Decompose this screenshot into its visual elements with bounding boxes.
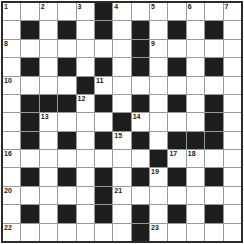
cell-r3c6[interactable] xyxy=(95,40,112,57)
cell-r2c8 xyxy=(132,21,149,38)
cell-r9c1[interactable]: 16 xyxy=(3,150,20,167)
cell-r10c5[interactable] xyxy=(77,168,94,185)
cell-r7c8[interactable]: 14 xyxy=(132,113,149,130)
cell-r1c12[interactable] xyxy=(205,3,222,20)
clue-number: 17 xyxy=(169,150,177,158)
cell-r12c6 xyxy=(95,205,112,222)
cell-r11c6 xyxy=(95,187,112,204)
cell-r2c12 xyxy=(205,21,222,38)
cell-r1c1[interactable]: 1 xyxy=(3,3,20,20)
cell-r3c11[interactable] xyxy=(187,40,204,57)
cell-r3c7[interactable] xyxy=(113,40,130,57)
cell-r6c13[interactable] xyxy=(224,95,241,112)
cell-r5c8[interactable] xyxy=(132,77,149,94)
cell-r4c6 xyxy=(95,58,112,75)
cell-r4c2 xyxy=(21,58,38,75)
cell-r11c5[interactable] xyxy=(77,187,94,204)
cell-r2c3[interactable] xyxy=(40,21,57,38)
cell-r12c12 xyxy=(205,205,222,222)
cell-r7c10[interactable] xyxy=(168,113,185,130)
cell-r8c9[interactable] xyxy=(150,132,167,149)
cell-r5c12[interactable] xyxy=(205,77,222,94)
cell-r10c2 xyxy=(21,168,38,185)
cell-r3c4[interactable] xyxy=(58,40,75,57)
cell-r2c4 xyxy=(58,21,75,38)
cell-r1c10[interactable] xyxy=(168,3,185,20)
cell-r5c7[interactable] xyxy=(113,77,130,94)
cell-r1c9[interactable]: 5 xyxy=(150,3,167,20)
cell-r7c4[interactable] xyxy=(58,113,75,130)
cell-r8c13[interactable] xyxy=(224,132,241,149)
clue-number: 16 xyxy=(4,150,12,158)
cell-r6c12 xyxy=(205,95,222,112)
cell-r4c3[interactable] xyxy=(40,58,57,75)
clue-number: 15 xyxy=(114,132,122,140)
cell-r12c7[interactable] xyxy=(113,205,130,222)
cell-r11c12[interactable] xyxy=(205,187,222,204)
cell-r11c7[interactable]: 21 xyxy=(113,187,130,204)
cell-r9c13[interactable] xyxy=(224,150,241,167)
cell-r2c11[interactable] xyxy=(187,21,204,38)
cell-r12c8 xyxy=(132,205,149,222)
cell-r2c9[interactable] xyxy=(150,21,167,38)
clue-number: 10 xyxy=(4,77,12,85)
clue-number: 3 xyxy=(78,3,82,11)
cell-r13c1[interactable]: 22 xyxy=(3,224,20,241)
cell-r8c3[interactable] xyxy=(40,132,57,149)
cell-r11c3[interactable] xyxy=(40,187,57,204)
cell-r5c3[interactable] xyxy=(40,77,57,94)
cell-r8c7[interactable]: 15 xyxy=(113,132,130,149)
cell-r13c5[interactable] xyxy=(77,224,94,241)
cell-r5c13[interactable] xyxy=(224,77,241,94)
cell-r7c12 xyxy=(205,113,222,130)
cell-r12c4 xyxy=(58,205,75,222)
cell-r8c4 xyxy=(58,132,75,149)
clue-number: 12 xyxy=(78,95,86,103)
cell-r12c10 xyxy=(168,205,185,222)
cell-r9c3[interactable] xyxy=(40,150,57,167)
cell-r4c4 xyxy=(58,58,75,75)
cell-r7c7 xyxy=(113,113,130,130)
cell-r6c8 xyxy=(132,95,149,112)
cell-r1c8[interactable] xyxy=(132,3,149,20)
cell-r12c9[interactable] xyxy=(150,205,167,222)
clue-number: 22 xyxy=(4,224,12,232)
cell-r3c5[interactable] xyxy=(77,40,94,57)
cell-r12c11[interactable] xyxy=(187,205,204,222)
cell-r4c1[interactable] xyxy=(3,58,20,75)
cell-r1c11[interactable]: 6 xyxy=(187,3,204,20)
cell-r1c5[interactable]: 3 xyxy=(77,3,94,20)
cell-r11c11[interactable] xyxy=(187,187,204,204)
clue-number: 11 xyxy=(96,77,103,85)
clue-number: 4 xyxy=(114,3,118,11)
cell-r11c2[interactable] xyxy=(21,187,38,204)
cell-r13c10[interactable] xyxy=(168,224,185,241)
cell-r10c12 xyxy=(205,168,222,185)
cell-r6c7[interactable] xyxy=(113,95,130,112)
cell-r5c5 xyxy=(77,77,94,94)
cell-r10c7[interactable] xyxy=(113,168,130,185)
cell-r13c8 xyxy=(132,224,149,241)
cell-r13c2[interactable] xyxy=(21,224,38,241)
clue-number: 5 xyxy=(151,3,155,11)
cell-r8c11 xyxy=(187,132,204,149)
cell-r4c13[interactable] xyxy=(224,58,241,75)
clue-number: 21 xyxy=(114,187,122,195)
clue-number: 1 xyxy=(4,3,8,11)
crossword-puzzle: 1234567891011121314151617181920212223 xyxy=(0,0,244,244)
cell-r4c5[interactable] xyxy=(77,58,94,75)
cell-r13c7[interactable] xyxy=(113,224,130,241)
cell-r4c8 xyxy=(132,58,149,75)
cell-r3c1[interactable]: 8 xyxy=(3,40,20,57)
cell-r6c6 xyxy=(95,95,112,112)
cell-r3c2[interactable] xyxy=(21,40,38,57)
clue-number: 2 xyxy=(41,3,45,11)
cell-r10c8 xyxy=(132,168,149,185)
cell-r9c6[interactable] xyxy=(95,150,112,167)
cell-r9c10[interactable]: 17 xyxy=(168,150,185,167)
cell-r7c1[interactable] xyxy=(3,113,20,130)
cell-r2c5[interactable] xyxy=(77,21,94,38)
cell-r2c13[interactable] xyxy=(224,21,241,38)
cell-r1c7[interactable]: 4 xyxy=(113,3,130,20)
cell-r3c8 xyxy=(132,40,149,57)
cell-r13c9[interactable]: 23 xyxy=(150,224,167,241)
cell-r5c9[interactable] xyxy=(150,77,167,94)
cell-r8c1[interactable] xyxy=(3,132,20,149)
cell-r6c3 xyxy=(40,95,57,112)
cell-r13c12[interactable] xyxy=(205,224,222,241)
cell-r9c7[interactable] xyxy=(113,150,130,167)
clue-number: 23 xyxy=(151,224,159,232)
cell-r10c1[interactable] xyxy=(3,168,20,185)
cell-r12c5[interactable] xyxy=(77,205,94,222)
cell-r4c9[interactable] xyxy=(150,58,167,75)
cell-r8c10 xyxy=(168,132,185,149)
cell-r11c8[interactable] xyxy=(132,187,149,204)
cell-r2c2 xyxy=(21,21,38,38)
cell-r2c6 xyxy=(95,21,112,38)
cell-r12c2 xyxy=(21,205,38,222)
cell-r5c1[interactable]: 10 xyxy=(3,77,20,94)
cell-r10c10 xyxy=(168,168,185,185)
clue-number: 19 xyxy=(151,168,159,176)
cell-r10c3[interactable] xyxy=(40,168,57,185)
cell-r6c11[interactable] xyxy=(187,95,204,112)
cell-r7c6[interactable] xyxy=(95,113,112,130)
cell-r2c7[interactable] xyxy=(113,21,130,38)
cell-r10c4 xyxy=(58,168,75,185)
cell-r6c1[interactable] xyxy=(3,95,20,112)
cell-r5c11[interactable] xyxy=(187,77,204,94)
cell-r5c4[interactable] xyxy=(58,77,75,94)
cell-r13c11[interactable] xyxy=(187,224,204,241)
cell-r5c10[interactable] xyxy=(168,77,185,94)
cell-r7c5[interactable] xyxy=(77,113,94,130)
cell-r11c13[interactable] xyxy=(224,187,241,204)
cell-r5c2[interactable] xyxy=(21,77,38,94)
cell-r12c3[interactable] xyxy=(40,205,57,222)
cell-r3c3[interactable] xyxy=(40,40,57,57)
cell-r1c13[interactable]: 7 xyxy=(224,3,241,20)
cell-r7c2 xyxy=(21,113,38,130)
cell-r9c5[interactable] xyxy=(77,150,94,167)
cell-r4c11[interactable] xyxy=(187,58,204,75)
cell-r7c3[interactable]: 13 xyxy=(40,113,57,130)
clue-number: 14 xyxy=(133,113,141,121)
cell-r9c4[interactable] xyxy=(58,150,75,167)
cell-r9c12[interactable] xyxy=(205,150,222,167)
cell-r7c9[interactable] xyxy=(150,113,167,130)
cell-r1c4[interactable] xyxy=(58,3,75,20)
cell-r10c6 xyxy=(95,168,112,185)
cell-r11c10[interactable] xyxy=(168,187,185,204)
cell-r2c10 xyxy=(168,21,185,38)
cell-r10c13[interactable] xyxy=(224,168,241,185)
clue-number: 9 xyxy=(151,40,155,48)
clue-number: 20 xyxy=(4,187,12,195)
cell-r4c12 xyxy=(205,58,222,75)
cell-r6c4 xyxy=(58,95,75,112)
cell-r3c12[interactable] xyxy=(205,40,222,57)
cell-r1c2[interactable] xyxy=(21,3,38,20)
cell-r6c5[interactable]: 12 xyxy=(77,95,94,112)
cell-r7c11[interactable] xyxy=(187,113,204,130)
cell-r9c8[interactable] xyxy=(132,150,149,167)
crossword-grid: 1234567891011121314151617181920212223 xyxy=(1,1,243,243)
cell-r1c6 xyxy=(95,3,112,20)
cell-r11c4[interactable] xyxy=(58,187,75,204)
cell-r9c11[interactable]: 18 xyxy=(187,150,204,167)
cell-r3c10[interactable] xyxy=(168,40,185,57)
cell-r8c2 xyxy=(21,132,38,149)
cell-r10c11[interactable] xyxy=(187,168,204,185)
clue-number: 18 xyxy=(188,150,196,158)
cell-r9c2[interactable] xyxy=(21,150,38,167)
cell-r6c9[interactable] xyxy=(150,95,167,112)
cell-r6c10 xyxy=(168,95,185,112)
cell-r7c13[interactable] xyxy=(224,113,241,130)
cell-r13c6[interactable] xyxy=(95,224,112,241)
cell-r11c9[interactable] xyxy=(150,187,167,204)
clue-number: 13 xyxy=(41,113,49,121)
cell-r6c2 xyxy=(21,95,38,112)
cell-r13c13[interactable] xyxy=(224,224,241,241)
cell-r5c6[interactable]: 11 xyxy=(95,77,112,94)
cell-r13c4[interactable] xyxy=(58,224,75,241)
cell-r8c5[interactable] xyxy=(77,132,94,149)
cell-r8c6 xyxy=(95,132,112,149)
cell-r8c12 xyxy=(205,132,222,149)
cell-r3c13[interactable] xyxy=(224,40,241,57)
cell-r3c9[interactable]: 9 xyxy=(150,40,167,57)
cell-r12c1[interactable] xyxy=(3,205,20,222)
cell-r10c9[interactable]: 19 xyxy=(150,168,167,185)
cell-r2c1[interactable] xyxy=(3,21,20,38)
cell-r1c3[interactable]: 2 xyxy=(40,3,57,20)
cell-r13c3[interactable] xyxy=(40,224,57,241)
cell-r4c7[interactable] xyxy=(113,58,130,75)
cell-r9c9 xyxy=(150,150,167,167)
cell-r12c13[interactable] xyxy=(224,205,241,222)
clue-number: 8 xyxy=(4,40,8,48)
clue-number: 7 xyxy=(225,3,229,11)
clue-number: 6 xyxy=(188,3,192,11)
cell-r8c8 xyxy=(132,132,149,149)
cell-r4c10 xyxy=(168,58,185,75)
cell-r11c1[interactable]: 20 xyxy=(3,187,20,204)
